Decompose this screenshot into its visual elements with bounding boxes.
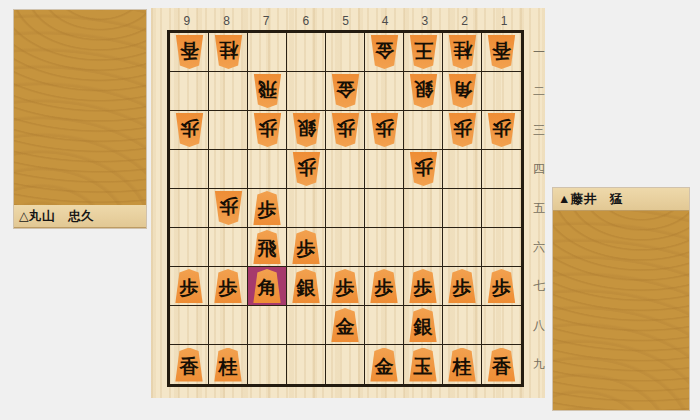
sente-piece-銀[interactable]: 銀 bbox=[291, 269, 322, 303]
square-6九[interactable] bbox=[287, 345, 326, 384]
rank-labels: 一二三四五六七八九 bbox=[532, 33, 546, 384]
sente-captured-pieces-tray bbox=[553, 211, 689, 410]
piece-kanji: 香 bbox=[492, 41, 511, 60]
square-9九[interactable]: 香 bbox=[170, 345, 209, 384]
piece-kanji: 歩 bbox=[414, 278, 433, 297]
rank-label-1: 一 bbox=[532, 33, 546, 72]
square-8四[interactable] bbox=[209, 150, 248, 189]
file-label-9: 9 bbox=[167, 14, 207, 30]
sente-piece-桂[interactable]: 桂 bbox=[213, 348, 244, 382]
square-7七[interactable]: 角 bbox=[248, 267, 287, 306]
sente-piece-歩[interactable]: 歩 bbox=[252, 191, 283, 225]
sente-piece-香[interactable]: 香 bbox=[174, 348, 205, 382]
square-7三[interactable]: 歩 bbox=[248, 111, 287, 150]
file-label-3: 3 bbox=[405, 14, 445, 30]
square-4二[interactable] bbox=[365, 72, 404, 111]
gote-piece-歩[interactable]: 歩 bbox=[408, 152, 439, 186]
piece-kanji: 金 bbox=[336, 317, 355, 336]
piece-kanji: 歩 bbox=[375, 278, 394, 297]
piece-kanji: 歩 bbox=[180, 119, 199, 138]
square-6六[interactable]: 歩 bbox=[287, 228, 326, 267]
square-6八[interactable] bbox=[287, 306, 326, 345]
file-label-5: 5 bbox=[326, 14, 366, 30]
square-9三[interactable]: 歩 bbox=[170, 111, 209, 150]
square-1九[interactable]: 香 bbox=[482, 345, 521, 384]
square-7四[interactable] bbox=[248, 150, 287, 189]
piece-kanji: 玉 bbox=[414, 357, 433, 376]
square-3三[interactable] bbox=[404, 111, 443, 150]
square-9五[interactable] bbox=[170, 189, 209, 228]
piece-kanji: 歩 bbox=[258, 200, 277, 219]
sente-piece-歩[interactable]: 歩 bbox=[213, 269, 244, 303]
piece-kanji: 香 bbox=[180, 357, 199, 376]
gote-piece-歩[interactable]: 歩 bbox=[252, 113, 283, 147]
gote-piece-金[interactable]: 金 bbox=[330, 74, 361, 108]
square-3五[interactable] bbox=[404, 189, 443, 228]
square-7八[interactable] bbox=[248, 306, 287, 345]
sente-player-label: ▲藤井 猛 bbox=[558, 191, 623, 208]
rank-label-2: 二 bbox=[532, 72, 546, 111]
gote-piece-角[interactable]: 角 bbox=[447, 74, 478, 108]
gote-piece-飛[interactable]: 飛 bbox=[252, 74, 283, 108]
square-4八[interactable] bbox=[365, 306, 404, 345]
square-1八[interactable] bbox=[482, 306, 521, 345]
piece-kanji: 銀 bbox=[414, 317, 433, 336]
square-1五[interactable] bbox=[482, 189, 521, 228]
square-6七[interactable]: 銀 bbox=[287, 267, 326, 306]
sente-piece-歩[interactable]: 歩 bbox=[330, 269, 361, 303]
file-label-2: 2 bbox=[445, 14, 485, 30]
file-label-4: 4 bbox=[365, 14, 405, 30]
piece-kanji: 歩 bbox=[219, 197, 238, 216]
piece-kanji: 歩 bbox=[414, 158, 433, 177]
piece-kanji: 飛 bbox=[258, 239, 277, 258]
gote-komadai: △丸山 忠久 bbox=[14, 10, 146, 228]
square-5五[interactable] bbox=[326, 189, 365, 228]
square-5六[interactable] bbox=[326, 228, 365, 267]
square-2一[interactable]: 桂 bbox=[443, 33, 482, 72]
square-4七[interactable]: 歩 bbox=[365, 267, 404, 306]
sente-piece-飛[interactable]: 飛 bbox=[252, 230, 283, 264]
square-8九[interactable]: 桂 bbox=[209, 345, 248, 384]
square-7一[interactable] bbox=[248, 33, 287, 72]
square-5二[interactable]: 金 bbox=[326, 72, 365, 111]
square-5四[interactable] bbox=[326, 150, 365, 189]
sente-name-strip: ▲藤井 猛 bbox=[553, 188, 689, 211]
gote-piece-王[interactable]: 王 bbox=[408, 35, 439, 69]
piece-kanji: 歩 bbox=[180, 278, 199, 297]
gote-piece-歩[interactable]: 歩 bbox=[330, 113, 361, 147]
piece-kanji: 桂 bbox=[453, 41, 472, 60]
square-1二[interactable] bbox=[482, 72, 521, 111]
piece-kanji: 銀 bbox=[414, 80, 433, 99]
gote-piece-歩[interactable]: 歩 bbox=[291, 152, 322, 186]
square-5七[interactable]: 歩 bbox=[326, 267, 365, 306]
square-1七[interactable]: 歩 bbox=[482, 267, 521, 306]
square-9四[interactable] bbox=[170, 150, 209, 189]
square-7二[interactable]: 飛 bbox=[248, 72, 287, 111]
sente-piece-桂[interactable]: 桂 bbox=[447, 348, 478, 382]
piece-kanji: 歩 bbox=[453, 278, 472, 297]
square-4六[interactable] bbox=[365, 228, 404, 267]
file-label-6: 6 bbox=[286, 14, 326, 30]
square-9七[interactable]: 歩 bbox=[170, 267, 209, 306]
square-3四[interactable]: 歩 bbox=[404, 150, 443, 189]
piece-kanji: 銀 bbox=[297, 119, 316, 138]
piece-kanji: 王 bbox=[414, 41, 433, 60]
square-5一[interactable] bbox=[326, 33, 365, 72]
sente-piece-金[interactable]: 金 bbox=[369, 348, 400, 382]
square-2四[interactable] bbox=[443, 150, 482, 189]
gote-piece-香[interactable]: 香 bbox=[174, 35, 205, 69]
rank-label-3: 三 bbox=[532, 111, 546, 150]
piece-kanji: 桂 bbox=[219, 41, 238, 60]
piece-kanji: 歩 bbox=[297, 158, 316, 177]
square-2五[interactable] bbox=[443, 189, 482, 228]
square-5八[interactable]: 金 bbox=[326, 306, 365, 345]
rank-label-6: 六 bbox=[532, 228, 546, 267]
gote-piece-銀[interactable]: 銀 bbox=[408, 74, 439, 108]
gote-player-label: △丸山 忠久 bbox=[19, 208, 94, 225]
piece-kanji: 金 bbox=[375, 41, 394, 60]
piece-kanji: 歩 bbox=[453, 119, 472, 138]
sente-piece-歩[interactable]: 歩 bbox=[291, 230, 322, 264]
square-4三[interactable]: 歩 bbox=[365, 111, 404, 150]
square-8八[interactable] bbox=[209, 306, 248, 345]
piece-kanji: 歩 bbox=[258, 119, 277, 138]
sente-piece-銀[interactable]: 銀 bbox=[408, 308, 439, 342]
square-6二[interactable] bbox=[287, 72, 326, 111]
square-4五[interactable] bbox=[365, 189, 404, 228]
square-1四[interactable] bbox=[482, 150, 521, 189]
square-1三[interactable]: 歩 bbox=[482, 111, 521, 150]
piece-kanji: 歩 bbox=[297, 239, 316, 258]
piece-kanji: 角 bbox=[453, 80, 472, 99]
square-7六[interactable]: 飛 bbox=[248, 228, 287, 267]
rank-label-5: 五 bbox=[532, 189, 546, 228]
square-3七[interactable]: 歩 bbox=[404, 267, 443, 306]
piece-kanji: 歩 bbox=[336, 278, 355, 297]
gote-piece-金[interactable]: 金 bbox=[369, 35, 400, 69]
sente-piece-歩[interactable]: 歩 bbox=[408, 269, 439, 303]
square-9一[interactable]: 香 bbox=[170, 33, 209, 72]
square-2七[interactable]: 歩 bbox=[443, 267, 482, 306]
square-3二[interactable]: 銀 bbox=[404, 72, 443, 111]
gote-piece-歩[interactable]: 歩 bbox=[213, 191, 244, 225]
piece-kanji: 歩 bbox=[336, 119, 355, 138]
gote-piece-歩[interactable]: 歩 bbox=[174, 113, 205, 147]
sente-komadai: ▲藤井 猛 bbox=[553, 188, 689, 410]
piece-kanji: 歩 bbox=[375, 119, 394, 138]
rank-label-8: 八 bbox=[532, 306, 546, 345]
gote-piece-香[interactable]: 香 bbox=[486, 35, 517, 69]
square-7五[interactable]: 歩 bbox=[248, 189, 287, 228]
piece-kanji: 桂 bbox=[219, 357, 238, 376]
sente-piece-金[interactable]: 金 bbox=[330, 308, 361, 342]
gote-piece-歩[interactable]: 歩 bbox=[486, 113, 517, 147]
square-2二[interactable]: 角 bbox=[443, 72, 482, 111]
file-labels: 987654321 bbox=[167, 14, 524, 30]
file-label-7: 7 bbox=[246, 14, 286, 30]
sente-piece-歩[interactable]: 歩 bbox=[369, 269, 400, 303]
piece-kanji: 角 bbox=[258, 278, 277, 297]
shogi-board: 香桂金王桂香飛金銀角歩歩銀歩歩歩歩歩歩歩歩飛歩歩歩角銀歩歩歩歩歩金銀香桂金玉桂香 bbox=[167, 30, 524, 387]
sente-piece-香[interactable]: 香 bbox=[486, 348, 517, 382]
gote-name-strip: △丸山 忠久 bbox=[14, 205, 146, 228]
square-2九[interactable]: 桂 bbox=[443, 345, 482, 384]
piece-kanji: 香 bbox=[492, 357, 511, 376]
gote-piece-銀[interactable]: 銀 bbox=[291, 113, 322, 147]
gote-piece-桂[interactable]: 桂 bbox=[213, 35, 244, 69]
square-8三[interactable] bbox=[209, 111, 248, 150]
square-6四[interactable]: 歩 bbox=[287, 150, 326, 189]
square-9二[interactable] bbox=[170, 72, 209, 111]
square-2八[interactable] bbox=[443, 306, 482, 345]
sente-piece-玉[interactable]: 玉 bbox=[408, 348, 439, 382]
sente-piece-歩[interactable]: 歩 bbox=[447, 269, 478, 303]
square-9六[interactable] bbox=[170, 228, 209, 267]
piece-kanji: 歩 bbox=[219, 278, 238, 297]
piece-kanji: 銀 bbox=[297, 278, 316, 297]
sente-piece-角[interactable]: 角 bbox=[252, 269, 283, 303]
square-8五[interactable]: 歩 bbox=[209, 189, 248, 228]
piece-kanji: 飛 bbox=[258, 80, 277, 99]
square-2三[interactable]: 歩 bbox=[443, 111, 482, 150]
square-5三[interactable]: 歩 bbox=[326, 111, 365, 150]
square-6三[interactable]: 銀 bbox=[287, 111, 326, 150]
square-8七[interactable]: 歩 bbox=[209, 267, 248, 306]
square-3九[interactable]: 玉 bbox=[404, 345, 443, 384]
square-3一[interactable]: 王 bbox=[404, 33, 443, 72]
rank-label-9: 九 bbox=[532, 345, 546, 384]
square-3八[interactable]: 銀 bbox=[404, 306, 443, 345]
square-3六[interactable] bbox=[404, 228, 443, 267]
square-8六[interactable] bbox=[209, 228, 248, 267]
gote-piece-歩[interactable]: 歩 bbox=[369, 113, 400, 147]
square-6五[interactable] bbox=[287, 189, 326, 228]
square-8一[interactable]: 桂 bbox=[209, 33, 248, 72]
file-label-1: 1 bbox=[484, 14, 524, 30]
square-5九[interactable] bbox=[326, 345, 365, 384]
sente-piece-歩[interactable]: 歩 bbox=[174, 269, 205, 303]
square-4九[interactable]: 金 bbox=[365, 345, 404, 384]
piece-kanji: 歩 bbox=[492, 119, 511, 138]
square-1六[interactable] bbox=[482, 228, 521, 267]
square-2六[interactable] bbox=[443, 228, 482, 267]
square-7九[interactable] bbox=[248, 345, 287, 384]
gote-captured-pieces-tray bbox=[14, 10, 146, 205]
square-9八[interactable] bbox=[170, 306, 209, 345]
square-4四[interactable] bbox=[365, 150, 404, 189]
file-label-8: 8 bbox=[207, 14, 247, 30]
shogi-board-panel: 987654321 香桂金王桂香飛金銀角歩歩銀歩歩歩歩歩歩歩歩飛歩歩歩角銀歩歩歩… bbox=[151, 8, 545, 398]
piece-kanji: 金 bbox=[375, 357, 394, 376]
piece-kanji: 香 bbox=[180, 41, 199, 60]
piece-kanji: 金 bbox=[336, 80, 355, 99]
rank-label-4: 四 bbox=[532, 150, 546, 189]
rank-label-7: 七 bbox=[532, 267, 546, 306]
square-8二[interactable] bbox=[209, 72, 248, 111]
square-6一[interactable] bbox=[287, 33, 326, 72]
piece-kanji: 桂 bbox=[453, 357, 472, 376]
sente-piece-歩[interactable]: 歩 bbox=[486, 269, 517, 303]
gote-piece-桂[interactable]: 桂 bbox=[447, 35, 478, 69]
square-1一[interactable]: 香 bbox=[482, 33, 521, 72]
square-4一[interactable]: 金 bbox=[365, 33, 404, 72]
piece-kanji: 歩 bbox=[492, 278, 511, 297]
gote-piece-歩[interactable]: 歩 bbox=[447, 113, 478, 147]
